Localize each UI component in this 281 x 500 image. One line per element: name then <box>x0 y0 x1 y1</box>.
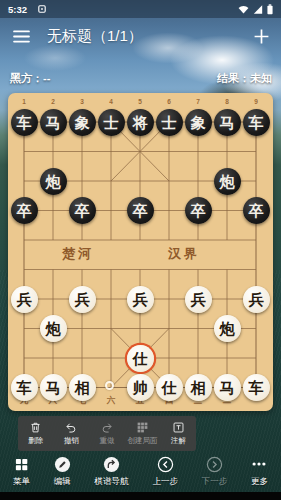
file-coordinate-top: 4 <box>109 98 113 105</box>
piece-character: 相 <box>191 380 206 395</box>
piece-red-soldier[interactable]: 兵 <box>127 286 154 313</box>
piece-black-elephant[interactable]: 象 <box>185 109 212 136</box>
file-coordinate-top: 9 <box>254 98 258 105</box>
piece-character: 卒 <box>249 203 264 218</box>
toolbar-grid-button: 创建局面 <box>125 421 161 446</box>
piece-red-cannon[interactable]: 炮 <box>214 315 241 342</box>
piece-character: 炮 <box>220 321 235 336</box>
piece-red-soldier[interactable]: 兵 <box>185 286 212 313</box>
redo-icon <box>100 421 114 434</box>
nav-button-label: 棋谱导航 <box>95 476 129 488</box>
piece-red-chariot[interactable]: 车 <box>243 374 270 401</box>
piece-black-cannon[interactable]: 炮 <box>40 168 67 195</box>
piece-red-horse[interactable]: 马 <box>40 374 67 401</box>
nav-navigate-button[interactable]: 棋谱导航 <box>95 456 129 488</box>
piece-black-general[interactable]: 将 <box>127 109 154 136</box>
piece-character: 车 <box>17 115 32 130</box>
piece-black-chariot[interactable]: 车 <box>11 109 38 136</box>
file-coordinate-top: 6 <box>167 98 171 105</box>
piece-character: 兵 <box>133 292 148 307</box>
piece-character: 兵 <box>249 292 264 307</box>
piece-black-soldier[interactable]: 卒 <box>11 197 38 224</box>
file-coordinate-top: 3 <box>80 98 84 105</box>
piece-red-advisor[interactable]: 仕 <box>127 345 154 372</box>
piece-red-soldier[interactable]: 兵 <box>11 286 38 313</box>
nav-button-label: 下一步 <box>202 476 228 488</box>
piece-character: 炮 <box>46 321 61 336</box>
app-bar: 无标题（1/1） <box>0 18 281 54</box>
piece-red-advisor[interactable]: 仕 <box>156 374 183 401</box>
piece-black-soldier[interactable]: 卒 <box>185 197 212 224</box>
piece-character: 将 <box>133 115 148 130</box>
status-bar: 5:32 <box>0 0 281 18</box>
piece-character: 马 <box>46 380 61 395</box>
trash-icon <box>29 421 42 434</box>
nav-menu-grid-button[interactable]: 菜单 <box>13 456 30 488</box>
black-side-label: 黑方：-- <box>10 71 50 86</box>
piece-character: 仕 <box>133 351 148 366</box>
nav-button-label: 更多 <box>251 476 268 488</box>
river-label-right: 汉界 <box>168 245 200 263</box>
toolbar-button-label: 删除 <box>28 436 43 446</box>
menu-grid-icon <box>14 456 29 473</box>
toolbar-undo-button[interactable]: 撤销 <box>54 421 90 446</box>
bottom-navigation: 菜单编辑棋谱导航上一步下一步更多 <box>0 452 281 491</box>
piece-character: 兵 <box>17 292 32 307</box>
piece-red-general[interactable]: 帅 <box>127 374 154 401</box>
piece-black-advisor[interactable]: 士 <box>156 109 183 136</box>
notification-square-icon <box>38 5 46 13</box>
grid-icon <box>136 421 149 434</box>
nav-prev-button[interactable]: 上一步 <box>152 456 178 488</box>
piece-black-chariot[interactable]: 车 <box>243 109 270 136</box>
river-label-left: 楚河 <box>62 245 94 263</box>
piece-black-soldier[interactable]: 卒 <box>69 197 96 224</box>
piece-character: 士 <box>104 115 119 130</box>
file-coordinate-top: 7 <box>196 98 200 105</box>
piece-character: 马 <box>46 115 61 130</box>
piece-black-horse[interactable]: 马 <box>214 109 241 136</box>
game-info-bar: 黑方：-- 结果：未知 <box>0 70 281 88</box>
result-label: 结果：未知 <box>217 71 272 86</box>
nav-more-button[interactable]: 更多 <box>251 456 268 488</box>
file-coordinate-top: 8 <box>225 98 229 105</box>
toolbar-button-label: 重做 <box>99 436 114 446</box>
nav-button-label: 菜单 <box>13 476 30 488</box>
file-coordinate-top: 2 <box>51 98 55 105</box>
piece-character: 炮 <box>220 174 235 189</box>
annotation-icon <box>172 421 185 434</box>
nav-button-label: 上一步 <box>152 476 178 488</box>
file-coordinate-top: 1 <box>22 98 26 105</box>
battery-icon <box>267 4 273 15</box>
piece-character: 仕 <box>162 380 177 395</box>
piece-character: 象 <box>191 115 206 130</box>
piece-black-advisor[interactable]: 士 <box>98 109 125 136</box>
toolbar-button-label: 注解 <box>171 436 186 446</box>
more-icon <box>251 456 267 473</box>
piece-black-soldier[interactable]: 卒 <box>243 197 270 224</box>
signal-icon <box>253 5 263 14</box>
wifi-icon <box>238 5 249 14</box>
prev-icon <box>157 456 174 473</box>
toolbar-annotation-button[interactable]: 注解 <box>160 421 196 446</box>
piece-character: 帅 <box>133 380 148 395</box>
add-button[interactable] <box>253 28 270 45</box>
piece-character: 车 <box>249 380 264 395</box>
piece-character: 车 <box>249 115 264 130</box>
piece-character: 兵 <box>191 292 206 307</box>
toolbar-redo-button: 重做 <box>89 421 125 446</box>
piece-red-soldier[interactable]: 兵 <box>69 286 96 313</box>
nav-button-label: 编辑 <box>54 476 71 488</box>
piece-character: 象 <box>75 115 90 130</box>
xiangqi-board[interactable]: 楚河 汉界 123456789九八七六五四三二一车马象士将士象马车炮炮卒卒卒卒卒… <box>8 93 273 411</box>
file-coordinate-top: 5 <box>138 98 142 105</box>
piece-red-elephant[interactable]: 相 <box>69 374 96 401</box>
hamburger-menu-icon[interactable] <box>13 30 30 43</box>
piece-character: 马 <box>220 380 235 395</box>
clock-text: 5:32 <box>8 4 27 15</box>
xiangqi-app-screen: 5:32 无标题（1/1） 黑方：-- 结果：未知 楚河 汉界 12345678… <box>0 0 281 500</box>
piece-character: 卒 <box>17 203 32 218</box>
nav-next-button: 下一步 <box>202 456 228 488</box>
piece-black-elephant[interactable]: 象 <box>69 109 96 136</box>
edit-toolbar: 删除撤销重做创建局面注解 <box>18 416 196 451</box>
piece-red-elephant[interactable]: 相 <box>185 374 212 401</box>
piece-character: 卒 <box>191 203 206 218</box>
piece-character: 卒 <box>133 203 148 218</box>
edit-icon <box>54 456 71 473</box>
move-origin-marker <box>105 381 114 390</box>
piece-character: 车 <box>17 380 32 395</box>
toolbar-button-label: 创建局面 <box>128 436 158 446</box>
piece-black-cannon[interactable]: 炮 <box>214 168 241 195</box>
nav-edit-button[interactable]: 编辑 <box>54 456 71 488</box>
piece-character: 马 <box>220 115 235 130</box>
file-coordinate-bottom: 六 <box>107 395 116 407</box>
navigate-icon <box>103 456 120 473</box>
piece-character: 士 <box>162 115 177 130</box>
next-icon <box>206 456 223 473</box>
piece-red-cannon[interactable]: 炮 <box>40 315 67 342</box>
piece-black-soldier[interactable]: 卒 <box>127 197 154 224</box>
page-title: 无标题（1/1） <box>47 27 253 46</box>
piece-character: 卒 <box>75 203 90 218</box>
piece-character: 兵 <box>75 292 90 307</box>
gesture-bar <box>0 492 281 500</box>
toolbar-trash-button[interactable]: 删除 <box>18 421 54 446</box>
piece-red-chariot[interactable]: 车 <box>11 374 38 401</box>
piece-character: 相 <box>75 380 90 395</box>
toolbar-button-label: 撤销 <box>64 436 79 446</box>
piece-red-soldier[interactable]: 兵 <box>243 286 270 313</box>
piece-red-horse[interactable]: 马 <box>214 374 241 401</box>
piece-character: 炮 <box>46 174 61 189</box>
undo-icon <box>64 421 78 434</box>
piece-black-horse[interactable]: 马 <box>40 109 67 136</box>
